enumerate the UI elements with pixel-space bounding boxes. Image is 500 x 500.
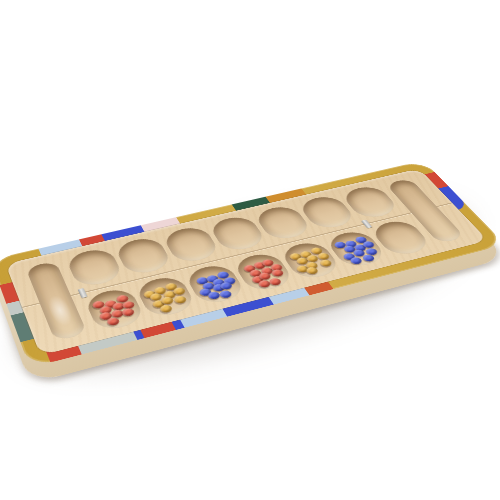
peg-red — [99, 305, 114, 315]
pit-near-4[interactable] — [231, 251, 296, 294]
peg-blue — [201, 282, 216, 291]
peg-red — [106, 317, 121, 327]
peg-red — [257, 272, 272, 281]
hinge-pin-right — [361, 220, 372, 229]
peg-blue — [218, 290, 233, 299]
peg-gold — [159, 304, 174, 314]
peg-red — [251, 275, 266, 284]
peg-red — [121, 307, 136, 317]
peg-gold — [304, 266, 319, 275]
peg-red — [98, 311, 113, 321]
peg-gold — [295, 264, 310, 273]
peg-gold — [318, 259, 333, 268]
peg-blue — [349, 256, 364, 265]
peg-red — [121, 300, 136, 310]
pit-far-1[interactable] — [65, 246, 125, 289]
peg-blue — [207, 291, 222, 300]
peg-gold — [310, 247, 324, 256]
peg-blue — [364, 247, 379, 256]
peg-gold — [288, 253, 302, 262]
hinge-pin-left — [78, 288, 88, 298]
peg-red — [257, 279, 272, 288]
pit-far-2[interactable] — [113, 235, 174, 277]
peg-blue — [198, 288, 213, 297]
peg-gold — [164, 282, 178, 291]
peg-red — [260, 258, 274, 267]
peg-red — [110, 309, 125, 319]
peg-red — [270, 268, 285, 277]
peg-blue — [361, 254, 376, 263]
peg-red — [267, 277, 282, 286]
peg-blue — [342, 252, 357, 261]
peg-gold — [151, 299, 166, 309]
product-photo-scene — [0, 0, 500, 500]
pit-near-3[interactable] — [183, 262, 247, 306]
peg-gold — [149, 292, 164, 301]
peg-blue — [219, 281, 234, 290]
peg-blue — [205, 274, 219, 283]
peg-gold — [173, 295, 188, 305]
peg-gold — [304, 261, 319, 270]
